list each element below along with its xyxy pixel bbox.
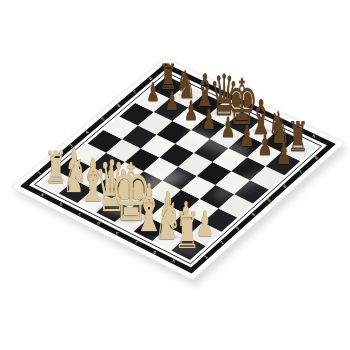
chess-set-photo: aa11bb22cc33dd44ee55ff66gg77hh88 ♜♞♟♝♟♛♟… [0, 0, 350, 350]
rook-glyph: ♜ [174, 212, 200, 252]
piece-white-rook: ♜ [164, 212, 209, 252]
pawn-glyph: ♟ [165, 91, 179, 112]
piece-black-pawn: ♟ [270, 142, 297, 166]
pieces-layer: ♜♞♟♝♟♛♟♚♟♝♟♞♟♜♟♟♟♟♜♟♞♟♝♟♛♟♚♟♝♟♞♜ [0, 0, 350, 350]
pawn-glyph: ♟ [276, 142, 292, 166]
pawn-glyph: ♟ [147, 82, 161, 103]
pawn-glyph: ♟ [202, 109, 216, 131]
pawn-glyph: ♟ [184, 100, 198, 122]
